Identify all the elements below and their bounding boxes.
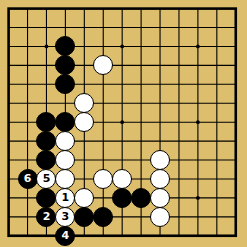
intersection-c4-r4[interactable] [75, 75, 94, 94]
intersection-c9-r8[interactable] [169, 151, 188, 170]
intersection-c11-r4[interactable] [207, 75, 226, 94]
intersection-c9-r12[interactable] [169, 226, 188, 245]
intersection-c8-r9[interactable] [151, 169, 170, 188]
intersection-c1-r12[interactable] [18, 226, 37, 245]
white-stone: 3 [55, 207, 75, 227]
intersection-c4-r0[interactable] [75, 0, 94, 18]
black-stone [36, 188, 56, 208]
intersection-c11-r5[interactable] [207, 94, 226, 113]
white-stone [150, 169, 170, 189]
intersection-c5-r7[interactable] [94, 132, 113, 151]
intersection-c11-r6[interactable] [207, 113, 226, 132]
intersection-c4-r12[interactable] [75, 226, 94, 245]
intersection-c2-r9[interactable]: 5 [37, 169, 56, 188]
intersection-c2-r2[interactable] [37, 37, 56, 56]
intersection-c6-r8[interactable] [113, 151, 132, 170]
intersection-c7-r7[interactable] [132, 132, 151, 151]
intersection-c10-r5[interactable] [188, 94, 207, 113]
white-stone [150, 207, 170, 227]
white-stone [112, 169, 132, 189]
intersection-c4-r2[interactable] [75, 37, 94, 56]
intersection-c3-r2[interactable] [56, 37, 75, 56]
intersection-c6-r10[interactable] [113, 188, 132, 207]
intersection-c0-r7[interactable] [0, 132, 18, 151]
intersection-c7-r4[interactable] [132, 75, 151, 94]
intersection-c3-r11[interactable]: 3 [56, 207, 75, 226]
intersection-c3-r0[interactable] [56, 0, 75, 18]
intersection-c11-r2[interactable] [207, 37, 226, 56]
black-stone [55, 74, 75, 94]
intersection-c7-r12[interactable] [132, 226, 151, 245]
intersection-c10-r10[interactable] [188, 188, 207, 207]
intersection-c11-r3[interactable] [207, 56, 226, 75]
intersection-c12-r8[interactable] [226, 151, 245, 170]
intersection-c4-r11[interactable] [75, 207, 94, 226]
intersection-c2-r1[interactable] [37, 18, 56, 37]
intersection-c10-r8[interactable] [188, 151, 207, 170]
intersection-c5-r1[interactable] [94, 18, 113, 37]
intersection-c8-r3[interactable] [151, 56, 170, 75]
intersection-c10-r3[interactable] [188, 56, 207, 75]
intersection-c4-r1[interactable] [75, 18, 94, 37]
intersection-c4-r10[interactable] [75, 188, 94, 207]
intersection-c1-r6[interactable] [18, 113, 37, 132]
go-board: 651234 [0, 0, 245, 245]
intersection-c12-r12[interactable] [226, 226, 245, 245]
intersection-c0-r12[interactable] [0, 226, 18, 245]
intersection-c1-r4[interactable] [18, 75, 37, 94]
intersection-c5-r5[interactable] [94, 94, 113, 113]
intersection-c8-r0[interactable] [151, 0, 170, 18]
intersection-c10-r0[interactable] [188, 0, 207, 18]
intersection-c3-r8[interactable] [56, 151, 75, 170]
intersection-c8-r1[interactable] [151, 18, 170, 37]
black-stone [36, 131, 56, 151]
intersection-c5-r12[interactable] [94, 226, 113, 245]
intersection-c10-r12[interactable] [188, 226, 207, 245]
intersection-c5-r11[interactable] [94, 207, 113, 226]
intersection-c3-r5[interactable] [56, 94, 75, 113]
intersection-c3-r3[interactable] [56, 56, 75, 75]
intersection-c9-r7[interactable] [169, 132, 188, 151]
intersection-c6-r4[interactable] [113, 75, 132, 94]
intersection-c4-r6[interactable] [75, 113, 94, 132]
black-stone: 4 [55, 226, 75, 246]
intersection-c9-r4[interactable] [169, 75, 188, 94]
intersection-c5-r9[interactable] [94, 169, 113, 188]
move-number: 5 [43, 173, 51, 184]
intersection-c0-r1[interactable] [0, 18, 18, 37]
intersection-c6-r3[interactable] [113, 56, 132, 75]
intersection-c6-r6[interactable] [113, 113, 132, 132]
black-stone [55, 112, 75, 132]
intersection-c4-r5[interactable] [75, 94, 94, 113]
intersection-c10-r1[interactable] [188, 18, 207, 37]
intersection-c5-r2[interactable] [94, 37, 113, 56]
intersection-c8-r10[interactable] [151, 188, 170, 207]
move-number: 2 [43, 211, 51, 222]
intersection-c11-r10[interactable] [207, 188, 226, 207]
intersection-c12-r7[interactable] [226, 132, 245, 151]
intersection-c1-r7[interactable] [18, 132, 37, 151]
black-stone: 2 [36, 207, 56, 227]
intersection-c2-r12[interactable] [37, 226, 56, 245]
intersection-c5-r6[interactable] [94, 113, 113, 132]
intersection-c0-r3[interactable] [0, 56, 18, 75]
intersection-c1-r10[interactable] [18, 188, 37, 207]
intersection-c6-r11[interactable] [113, 207, 132, 226]
intersection-c2-r4[interactable] [37, 75, 56, 94]
white-stone [150, 150, 170, 170]
white-stone [74, 93, 94, 113]
intersection-c7-r10[interactable] [132, 188, 151, 207]
intersection-c3-r6[interactable] [56, 113, 75, 132]
intersection-c7-r1[interactable] [132, 18, 151, 37]
intersection-c8-r2[interactable] [151, 37, 170, 56]
black-stone [93, 207, 113, 227]
intersection-c0-r10[interactable] [0, 188, 18, 207]
intersection-c8-r12[interactable] [151, 226, 170, 245]
intersection-c0-r6[interactable] [0, 113, 18, 132]
intersection-c10-r6[interactable] [188, 113, 207, 132]
move-number: 3 [62, 211, 70, 222]
intersection-c7-r8[interactable] [132, 151, 151, 170]
intersection-c6-r12[interactable] [113, 226, 132, 245]
intersection-c3-r7[interactable] [56, 132, 75, 151]
intersection-c1-r8[interactable] [18, 151, 37, 170]
intersection-c9-r1[interactable] [169, 18, 188, 37]
intersection-c0-r9[interactable] [0, 169, 18, 188]
intersection-c12-r4[interactable] [226, 75, 245, 94]
black-stone [55, 36, 75, 56]
white-stone: 5 [36, 169, 56, 189]
black-stone [36, 112, 56, 132]
intersection-c9-r0[interactable] [169, 0, 188, 18]
intersection-c1-r1[interactable] [18, 18, 37, 37]
white-stone [74, 112, 94, 132]
intersection-c10-r7[interactable] [188, 132, 207, 151]
intersection-c2-r11[interactable]: 2 [37, 207, 56, 226]
black-stone [112, 188, 132, 208]
intersection-c1-r11[interactable] [18, 207, 37, 226]
intersection-c11-r1[interactable] [207, 18, 226, 37]
intersection-c3-r9[interactable] [56, 169, 75, 188]
intersection-c11-r12[interactable] [207, 226, 226, 245]
intersection-c2-r7[interactable] [37, 132, 56, 151]
intersection-c1-r3[interactable] [18, 56, 37, 75]
intersection-c8-r7[interactable] [151, 132, 170, 151]
intersection-c4-r3[interactable] [75, 56, 94, 75]
move-number: 4 [62, 230, 70, 241]
intersection-c4-r9[interactable] [75, 169, 94, 188]
intersection-c1-r5[interactable] [18, 94, 37, 113]
intersection-c4-r7[interactable] [75, 132, 94, 151]
intersection-c7-r0[interactable] [132, 0, 151, 18]
intersection-c9-r6[interactable] [169, 113, 188, 132]
intersection-c6-r1[interactable] [113, 18, 132, 37]
intersection-c12-r10[interactable] [226, 188, 245, 207]
intersection-c6-r5[interactable] [113, 94, 132, 113]
intersection-c7-r11[interactable] [132, 207, 151, 226]
intersection-c5-r10[interactable] [94, 188, 113, 207]
go-diagram: 651234 [0, 0, 247, 247]
intersection-c5-r3[interactable] [94, 56, 113, 75]
intersection-c0-r4[interactable] [0, 75, 18, 94]
move-number: 6 [24, 173, 32, 184]
intersection-c12-r3[interactable] [226, 56, 245, 75]
black-stone [74, 207, 94, 227]
white-stone [93, 169, 113, 189]
intersection-c2-r0[interactable] [37, 0, 56, 18]
white-stone [55, 150, 75, 170]
intersection-c7-r9[interactable] [132, 169, 151, 188]
intersection-c7-r3[interactable] [132, 56, 151, 75]
intersection-c2-r10[interactable] [37, 188, 56, 207]
white-stone [55, 131, 75, 151]
intersection-c10-r4[interactable] [188, 75, 207, 94]
white-stone [93, 55, 113, 75]
black-stone: 6 [18, 169, 38, 189]
intersection-c9-r10[interactable] [169, 188, 188, 207]
intersection-c12-r6[interactable] [226, 113, 245, 132]
white-stone [150, 188, 170, 208]
intersection-c2-r3[interactable] [37, 56, 56, 75]
move-number: 1 [62, 192, 70, 203]
intersection-c0-r5[interactable] [0, 94, 18, 113]
intersection-c11-r7[interactable] [207, 132, 226, 151]
intersection-c8-r4[interactable] [151, 75, 170, 94]
black-stone [131, 188, 151, 208]
intersection-c0-r0[interactable] [0, 0, 18, 18]
intersection-c9-r5[interactable] [169, 94, 188, 113]
white-stone [74, 188, 94, 208]
intersection-c10-r2[interactable] [188, 37, 207, 56]
intersection-c3-r4[interactable] [56, 75, 75, 94]
intersection-c5-r4[interactable] [94, 75, 113, 94]
intersection-c2-r6[interactable] [37, 113, 56, 132]
intersection-c6-r7[interactable] [113, 132, 132, 151]
intersection-c2-r8[interactable] [37, 151, 56, 170]
intersection-c0-r11[interactable] [0, 207, 18, 226]
intersection-c10-r11[interactable] [188, 207, 207, 226]
intersection-c7-r5[interactable] [132, 94, 151, 113]
intersection-c5-r8[interactable] [94, 151, 113, 170]
intersection-c6-r0[interactable] [113, 0, 132, 18]
intersection-c8-r8[interactable] [151, 151, 170, 170]
intersection-c11-r11[interactable] [207, 207, 226, 226]
white-stone: 1 [55, 188, 75, 208]
intersection-c1-r9[interactable]: 6 [18, 169, 37, 188]
intersection-c1-r0[interactable] [18, 0, 37, 18]
intersection-c6-r2[interactable] [113, 37, 132, 56]
white-stone [55, 169, 75, 189]
black-stone [55, 55, 75, 75]
intersection-c6-r9[interactable] [113, 169, 132, 188]
intersection-c12-r5[interactable] [226, 94, 245, 113]
intersection-c3-r1[interactable] [56, 18, 75, 37]
intersection-c11-r0[interactable] [207, 0, 226, 18]
intersection-c0-r8[interactable] [0, 151, 18, 170]
intersection-c7-r2[interactable] [132, 37, 151, 56]
intersection-c3-r10[interactable]: 1 [56, 188, 75, 207]
intersection-c9-r11[interactable] [169, 207, 188, 226]
black-stone [36, 150, 56, 170]
intersection-c12-r9[interactable] [226, 169, 245, 188]
intersection-c7-r6[interactable] [132, 113, 151, 132]
intersection-c12-r11[interactable] [226, 207, 245, 226]
intersection-c8-r5[interactable] [151, 94, 170, 113]
intersection-c8-r6[interactable] [151, 113, 170, 132]
intersection-c8-r11[interactable] [151, 207, 170, 226]
intersection-c1-r2[interactable] [18, 37, 37, 56]
intersection-c9-r2[interactable] [169, 37, 188, 56]
intersection-c12-r2[interactable] [226, 37, 245, 56]
intersection-c3-r12[interactable]: 4 [56, 226, 75, 245]
intersection-c10-r9[interactable] [188, 169, 207, 188]
intersection-c5-r0[interactable] [94, 0, 113, 18]
intersection-c12-r0[interactable] [226, 0, 245, 18]
intersection-c9-r9[interactable] [169, 169, 188, 188]
intersection-c9-r3[interactable] [169, 56, 188, 75]
intersection-c2-r5[interactable] [37, 94, 56, 113]
intersection-c4-r8[interactable] [75, 151, 94, 170]
intersection-c11-r8[interactable] [207, 151, 226, 170]
intersection-c11-r9[interactable] [207, 169, 226, 188]
intersection-c12-r1[interactable] [226, 18, 245, 37]
intersection-c0-r2[interactable] [0, 37, 18, 56]
